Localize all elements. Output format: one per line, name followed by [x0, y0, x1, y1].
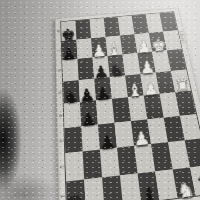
white-pawn-c7[interactable]: ♟ [92, 43, 108, 60]
white-bishop-d7[interactable]: ♝ [107, 41, 123, 58]
square-b1[interactable] [84, 177, 104, 200]
white-rook-h5[interactable]: ♜ [174, 77, 191, 95]
square-b7[interactable] [76, 38, 92, 59]
square-a7[interactable]: ♟ [62, 39, 78, 60]
square-b6[interactable] [78, 57, 95, 79]
white-pawn-f7[interactable]: ♟ [136, 38, 152, 55]
square-g3[interactable] [164, 115, 185, 142]
black-pawn-b5[interactable]: ♟ [79, 86, 96, 105]
black-pawn-c5[interactable]: ♟ [95, 85, 112, 104]
black-king-a8[interactable]: ♚ [61, 26, 77, 43]
square-b8[interactable] [75, 20, 91, 40]
white-king-g7[interactable]: ♚ [151, 37, 167, 54]
square-b4[interactable]: ♟ [80, 100, 98, 125]
white-pawn-e3[interactable]: ♟ [133, 129, 151, 149]
square-g7[interactable]: ♚ [149, 31, 167, 51]
black-queen-a1[interactable]: ♛ [66, 193, 86, 200]
black-bishop-e1[interactable]: ♝ [140, 184, 159, 200]
square-b2[interactable] [83, 150, 102, 179]
square-b3[interactable] [81, 124, 100, 151]
white-pawn-f5[interactable]: ♟ [143, 80, 160, 98]
square-a6[interactable] [62, 59, 78, 81]
square-a5[interactable]: ♞ [63, 80, 80, 104]
square-h6[interactable] [167, 49, 186, 71]
black-knight-d6[interactable]: ♞ [109, 61, 125, 79]
square-a2[interactable] [65, 151, 84, 181]
white-bishop-e5[interactable]: ♝ [127, 81, 144, 99]
black-pawn-c3[interactable]: ♟ [99, 133, 117, 153]
photo: ♚♟♟♝♟♚♟♞♟♞♟♟♝♟♜♟♟♟♛♝♞❖ abcdefgh 87654321… [0, 0, 200, 200]
black-pawn-c6[interactable]: ♟ [93, 63, 109, 81]
rank-label-7: 7 [56, 49, 61, 52]
square-h8[interactable] [160, 12, 178, 31]
black-pawn-a7[interactable]: ♟ [61, 45, 77, 62]
square-b5[interactable]: ♟ [79, 78, 96, 102]
square-d5[interactable] [110, 75, 128, 99]
corner-shadow [0, 174, 60, 200]
square-f7[interactable]: ♟ [134, 33, 152, 54]
square-d4[interactable] [112, 97, 131, 122]
rank-label-3: 3 [58, 139, 63, 142]
square-a8[interactable]: ♚ [61, 21, 76, 41]
black-knight-a5[interactable]: ♞ [63, 88, 80, 107]
square-h4[interactable] [175, 91, 196, 116]
black-pawn-b4[interactable]: ♟ [80, 109, 98, 128]
rank-label-4: 4 [58, 114, 63, 117]
square-a3[interactable] [65, 126, 83, 153]
square-a1[interactable]: ♛ [66, 179, 86, 200]
rank-label-6: 6 [57, 70, 62, 73]
square-h5[interactable]: ♜ [171, 69, 191, 92]
square-d7[interactable]: ♝ [106, 35, 123, 56]
square-d2[interactable] [117, 146, 137, 175]
square-a4[interactable] [64, 102, 81, 128]
rank-label-2: 2 [59, 165, 65, 169]
white-knight-g1[interactable]: ♞ [177, 180, 196, 200]
white-pawn-f6[interactable]: ♟ [139, 58, 155, 76]
chessboard[interactable]: ♚♟♟♝♟♚♟♞♟♞♟♟♝♟♜♟♟♟♛♝♞❖ abcdefgh 87654321… [55, 7, 200, 200]
